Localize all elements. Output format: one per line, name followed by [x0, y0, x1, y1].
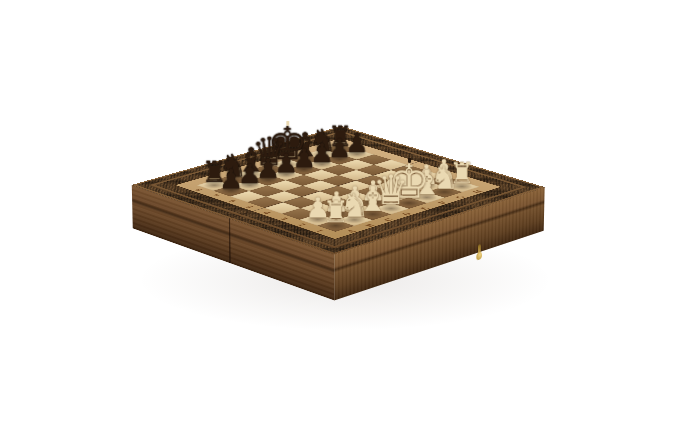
piece-glyph: ♜ [311, 197, 361, 227]
king-finial [407, 157, 410, 163]
king-finial [286, 120, 289, 126]
latch-pin [478, 244, 481, 257]
product-photo: 12345678ABCDEFGH ♜♞♝♛♚♝♞♜♟♟♟♟♟♟♟♟♟♟♟♟♟♟♟… [0, 0, 680, 425]
fold-seam [229, 218, 231, 263]
piece-glyph: ♟ [207, 165, 255, 192]
chess-box: 12345678ABCDEFGH ♜♞♝♛♚♝♞♜♟♟♟♟♟♟♟♟♟♟♟♟♟♟♟… [132, 126, 545, 254]
